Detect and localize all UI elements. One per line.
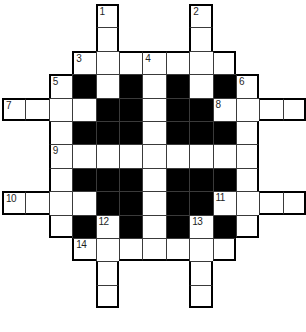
outside-area	[2, 74, 25, 97]
black-cell	[213, 121, 236, 144]
white-cell[interactable]	[49, 121, 72, 144]
white-cell[interactable]: 1	[96, 4, 119, 27]
outside-area	[236, 27, 259, 50]
white-cell[interactable]: 12	[96, 215, 119, 238]
outside-area	[259, 285, 282, 308]
black-cell	[166, 215, 189, 238]
white-cell[interactable]	[142, 121, 165, 144]
black-cell	[166, 74, 189, 97]
outside-area	[2, 121, 25, 144]
white-cell[interactable]	[213, 51, 236, 74]
outside-area	[119, 261, 142, 284]
outside-area	[25, 27, 48, 50]
outside-area	[283, 238, 306, 261]
outside-area	[236, 238, 259, 261]
outside-area	[166, 285, 189, 308]
white-cell[interactable]	[96, 285, 119, 308]
outside-area	[2, 4, 25, 27]
white-cell[interactable]	[119, 51, 142, 74]
outside-area	[283, 121, 306, 144]
outside-area	[283, 261, 306, 284]
crossword-screenshot: 1234567891011121314	[0, 0, 306, 332]
white-cell[interactable]: 11	[213, 191, 236, 214]
outside-area	[283, 51, 306, 74]
white-cell[interactable]	[119, 238, 142, 261]
white-cell[interactable]	[236, 144, 259, 167]
white-cell[interactable]	[166, 238, 189, 261]
white-cell[interactable]	[96, 144, 119, 167]
clue-number: 10	[6, 193, 16, 204]
outside-area	[72, 27, 95, 50]
outside-area	[25, 144, 48, 167]
white-cell[interactable]	[49, 215, 72, 238]
outside-area	[259, 238, 282, 261]
white-cell[interactable]: 6	[236, 74, 259, 97]
white-cell[interactable]	[166, 51, 189, 74]
outside-area	[119, 285, 142, 308]
black-cell	[166, 168, 189, 191]
white-cell[interactable]	[96, 238, 119, 261]
outside-area	[283, 4, 306, 27]
white-cell[interactable]	[142, 168, 165, 191]
outside-area	[283, 27, 306, 50]
white-cell[interactable]: 3	[72, 51, 95, 74]
outside-area	[119, 4, 142, 27]
outside-area	[72, 261, 95, 284]
outside-area	[259, 261, 282, 284]
outside-area	[25, 285, 48, 308]
outside-area	[259, 51, 282, 74]
black-cell	[96, 168, 119, 191]
white-cell[interactable]	[72, 144, 95, 167]
black-cell	[213, 215, 236, 238]
clue-number: 3	[76, 53, 81, 64]
white-cell[interactable]	[189, 261, 212, 284]
outside-area	[25, 261, 48, 284]
white-cell[interactable]: 7	[2, 98, 25, 121]
outside-area	[166, 4, 189, 27]
white-cell[interactable]	[236, 215, 259, 238]
outside-area	[25, 4, 48, 27]
black-cell	[72, 215, 95, 238]
black-cell	[119, 121, 142, 144]
white-cell[interactable]	[142, 74, 165, 97]
white-cell[interactable]: 14	[72, 238, 95, 261]
black-cell	[119, 168, 142, 191]
black-cell	[119, 191, 142, 214]
clue-number: 7	[6, 100, 11, 111]
outside-area	[25, 121, 48, 144]
white-cell[interactable]	[96, 27, 119, 50]
black-cell	[96, 121, 119, 144]
black-cell	[213, 74, 236, 97]
white-cell[interactable]: 2	[189, 4, 212, 27]
black-cell	[213, 168, 236, 191]
outside-area	[25, 51, 48, 74]
outside-area	[236, 4, 259, 27]
outside-area	[142, 27, 165, 50]
outside-area	[2, 238, 25, 261]
clue-number: 4	[145, 53, 150, 64]
white-cell[interactable]	[259, 191, 282, 214]
white-cell[interactable]	[25, 191, 48, 214]
outside-area	[259, 144, 282, 167]
clue-number: 1	[100, 6, 105, 17]
black-cell	[96, 98, 119, 121]
outside-area	[259, 215, 282, 238]
outside-area	[25, 168, 48, 191]
outside-area	[236, 261, 259, 284]
outside-area	[213, 261, 236, 284]
outside-area	[166, 261, 189, 284]
clue-number: 13	[192, 216, 202, 227]
outside-area	[72, 285, 95, 308]
white-cell[interactable]	[119, 144, 142, 167]
clue-number: 2	[193, 6, 198, 17]
white-cell[interactable]	[49, 191, 72, 214]
white-cell[interactable]	[96, 74, 119, 97]
outside-area	[2, 51, 25, 74]
outside-area	[213, 27, 236, 50]
black-cell	[166, 98, 189, 121]
outside-area	[2, 144, 25, 167]
white-cell[interactable]	[72, 98, 95, 121]
outside-area	[236, 51, 259, 74]
white-cell[interactable]	[259, 98, 282, 121]
clue-number: 11	[216, 192, 225, 203]
outside-area	[49, 51, 72, 74]
outside-area	[259, 74, 282, 97]
outside-area	[142, 285, 165, 308]
outside-area	[283, 285, 306, 308]
white-cell[interactable]	[189, 238, 212, 261]
white-cell[interactable]: 4	[142, 51, 165, 74]
white-cell[interactable]	[72, 191, 95, 214]
outside-area	[2, 168, 25, 191]
outside-area	[49, 285, 72, 308]
white-cell[interactable]	[25, 98, 48, 121]
white-cell[interactable]	[142, 238, 165, 261]
black-cell	[119, 74, 142, 97]
black-cell	[72, 121, 95, 144]
clue-number: 5	[53, 76, 58, 87]
outside-area	[283, 74, 306, 97]
white-cell[interactable]	[283, 98, 306, 121]
black-cell	[189, 98, 212, 121]
outside-area	[236, 285, 259, 308]
outside-area	[25, 238, 48, 261]
outside-area	[259, 4, 282, 27]
white-cell[interactable]	[189, 144, 212, 167]
white-cell[interactable]	[283, 191, 306, 214]
black-cell	[119, 98, 142, 121]
white-cell[interactable]	[189, 285, 212, 308]
white-cell[interactable]	[142, 98, 165, 121]
white-cell[interactable]	[49, 98, 72, 121]
black-cell	[166, 121, 189, 144]
white-cell[interactable]	[189, 74, 212, 97]
white-cell[interactable]: 9	[49, 144, 72, 167]
white-cell[interactable]	[189, 27, 212, 50]
outside-area	[259, 168, 282, 191]
white-cell[interactable]: 5	[49, 74, 72, 97]
outside-area	[49, 27, 72, 50]
clue-number: 9	[53, 145, 58, 156]
outside-area	[213, 4, 236, 27]
black-cell	[72, 168, 95, 191]
outside-area	[49, 261, 72, 284]
clue-number: 12	[99, 216, 109, 227]
black-cell	[166, 191, 189, 214]
white-cell[interactable]	[236, 191, 259, 214]
outside-area	[72, 4, 95, 27]
white-cell[interactable]	[213, 238, 236, 261]
outside-area	[2, 215, 25, 238]
outside-area	[49, 4, 72, 27]
black-cell	[96, 191, 119, 214]
outside-area	[25, 74, 48, 97]
outside-area	[213, 285, 236, 308]
outside-area	[2, 27, 25, 50]
white-cell[interactable]	[236, 121, 259, 144]
outside-area	[283, 168, 306, 191]
white-cell[interactable]	[189, 51, 212, 74]
outside-area	[142, 4, 165, 27]
outside-area	[259, 27, 282, 50]
black-cell	[119, 215, 142, 238]
outside-area	[166, 27, 189, 50]
outside-area	[142, 261, 165, 284]
outside-area	[25, 215, 48, 238]
white-cell[interactable]	[96, 261, 119, 284]
white-cell[interactable]	[96, 51, 119, 74]
white-cell[interactable]	[49, 168, 72, 191]
outside-area	[283, 215, 306, 238]
black-cell	[189, 121, 212, 144]
white-cell[interactable]	[213, 144, 236, 167]
outside-area	[2, 261, 25, 284]
outside-area	[2, 285, 25, 308]
white-cell[interactable]: 8	[213, 98, 236, 121]
white-cell[interactable]	[236, 168, 259, 191]
crossword-board: 1234567891011121314	[2, 4, 306, 308]
white-cell[interactable]: 13	[189, 215, 212, 238]
clue-number: 14	[76, 239, 86, 250]
black-cell	[189, 191, 212, 214]
outside-area	[283, 144, 306, 167]
outside-area	[259, 121, 282, 144]
white-cell[interactable]	[142, 144, 165, 167]
black-cell	[189, 168, 212, 191]
white-cell[interactable]: 10	[2, 191, 25, 214]
clue-number: 6	[239, 76, 244, 87]
black-cell	[72, 74, 95, 97]
outside-area	[119, 27, 142, 50]
clue-number: 8	[216, 99, 221, 110]
white-cell[interactable]	[142, 191, 165, 214]
outside-area	[49, 238, 72, 261]
white-cell[interactable]	[236, 98, 259, 121]
white-cell[interactable]	[166, 144, 189, 167]
white-cell[interactable]	[142, 215, 165, 238]
